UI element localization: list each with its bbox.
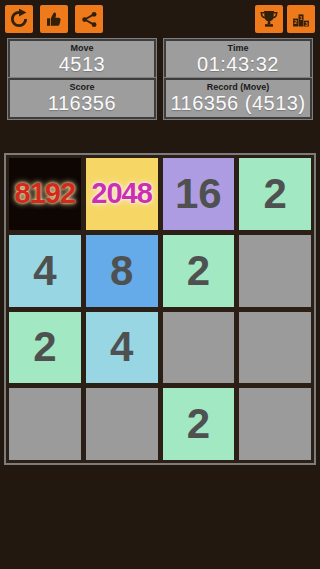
move-value: 4513 (10, 54, 154, 75)
thumbs-up-icon (45, 10, 64, 29)
share-button[interactable] (75, 5, 103, 33)
svg-text:1: 1 (299, 15, 302, 21)
tile-4: 4 (9, 235, 81, 307)
board-grid[interactable]: 81922048162482242 (4, 153, 316, 465)
stats-left-column: Move 4513 Score 116356 (8, 39, 156, 119)
tile-4: 4 (86, 312, 158, 384)
move-panel: Move 4513 (8, 39, 156, 80)
toolbar-right-group: 2 1 3 (251, 5, 315, 33)
restart-icon (9, 9, 29, 29)
score-value: 116356 (10, 93, 154, 114)
tile-16: 16 (163, 158, 235, 230)
restart-button[interactable] (5, 5, 33, 33)
tile-empty (86, 388, 158, 460)
stats-panels: Move 4513 Score 116356 Time 01:43:32 Rec… (8, 39, 312, 119)
leaderboard-button[interactable]: 2 1 3 (287, 5, 315, 33)
time-value: 01:43:32 (166, 54, 310, 75)
tile-2: 2 (163, 235, 235, 307)
tile-8: 8 (86, 235, 158, 307)
tile-empty (163, 312, 235, 384)
tile-empty (9, 388, 81, 460)
leaderboard-icon: 2 1 3 (291, 9, 311, 29)
like-button[interactable] (40, 5, 68, 33)
tile-8192: 8192 (9, 158, 81, 230)
tile-2048: 2048 (86, 158, 158, 230)
svg-text:2: 2 (294, 19, 297, 25)
share-icon (80, 10, 99, 29)
tile-2: 2 (9, 312, 81, 384)
stats-right-column: Time 01:43:32 Record (Move) 116356 (4513… (164, 39, 312, 119)
record-panel: Record (Move) 116356 (4513) (164, 78, 312, 119)
trophy-icon (259, 9, 279, 29)
score-panel: Score 116356 (8, 78, 156, 119)
toolbar: 2 1 3 (0, 0, 320, 38)
tile-2: 2 (163, 388, 235, 460)
tile-empty (239, 312, 311, 384)
achievements-button[interactable] (255, 5, 283, 33)
record-value: 116356 (4513) (166, 93, 310, 114)
svg-text:3: 3 (305, 21, 308, 27)
tile-2: 2 (239, 158, 311, 230)
tile-empty (239, 388, 311, 460)
tile-empty (239, 235, 311, 307)
time-panel: Time 01:43:32 (164, 39, 312, 80)
toolbar-left-group (5, 5, 110, 33)
